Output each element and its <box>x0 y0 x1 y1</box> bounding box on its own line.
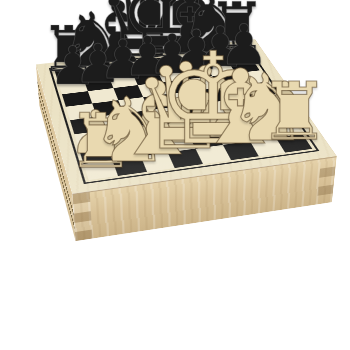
square-a6 <box>62 91 92 107</box>
square-a8 <box>54 67 83 82</box>
square-d4 <box>149 107 181 124</box>
square-e3 <box>182 117 215 134</box>
square-d5 <box>143 94 175 110</box>
square-b1 <box>112 156 146 176</box>
square-b2 <box>107 141 141 160</box>
square-f2 <box>215 127 250 145</box>
square-h5 <box>243 82 275 97</box>
square-c8 <box>103 62 132 76</box>
square-e4 <box>175 104 208 121</box>
square-d6 <box>138 82 169 97</box>
square-e1 <box>196 145 231 164</box>
square-a3 <box>74 131 106 149</box>
square-h8 <box>222 48 252 62</box>
product-photo-stage: ♜♞♝♛♚♝♞♜♟♟♟♟♟♟♟♟♟♟♟♟♟♟♟♟♜♞♝♛♚♝♞♜ <box>0 0 350 350</box>
square-h6 <box>236 70 268 85</box>
square-b8 <box>79 64 108 78</box>
square-f4 <box>201 100 234 116</box>
square-g7 <box>205 62 236 76</box>
square-d3 <box>155 120 188 138</box>
square-e5 <box>169 91 201 107</box>
square-g3 <box>233 110 267 127</box>
square-e6 <box>163 79 194 94</box>
square-d1 <box>168 149 203 168</box>
chess-board <box>54 48 312 180</box>
square-f1 <box>223 141 259 160</box>
square-f6 <box>187 76 218 91</box>
square-a2 <box>79 145 112 164</box>
square-c1 <box>140 153 175 172</box>
square-c7 <box>108 73 138 88</box>
square-h4 <box>251 94 284 110</box>
chess-box <box>39 79 332 240</box>
square-g1 <box>250 138 286 157</box>
square-h7 <box>229 59 260 73</box>
square-h2 <box>267 120 302 138</box>
square-c6 <box>113 85 144 101</box>
square-a1 <box>84 160 118 180</box>
square-f3 <box>208 114 242 131</box>
square-g6 <box>212 73 243 88</box>
square-b3 <box>102 127 135 145</box>
square-b7 <box>83 76 113 91</box>
square-c3 <box>129 124 162 142</box>
square-a5 <box>66 104 97 121</box>
square-h1 <box>276 134 312 152</box>
square-g5 <box>219 85 251 101</box>
square-c5 <box>118 97 149 113</box>
square-e2 <box>188 131 222 149</box>
square-f8 <box>175 53 205 67</box>
square-b4 <box>97 113 129 130</box>
board-frame <box>49 45 319 184</box>
square-d2 <box>161 134 195 152</box>
square-g2 <box>241 124 276 142</box>
square-c2 <box>134 138 168 157</box>
square-f7 <box>181 64 212 78</box>
square-b5 <box>92 100 123 116</box>
square-a4 <box>70 117 102 134</box>
square-b6 <box>87 88 117 104</box>
square-g4 <box>226 97 259 113</box>
square-e8 <box>151 56 181 70</box>
square-a7 <box>58 79 87 94</box>
square-d8 <box>128 59 157 73</box>
square-h3 <box>259 107 293 124</box>
square-g8 <box>198 51 228 65</box>
square-c4 <box>123 110 155 127</box>
square-f5 <box>194 88 226 104</box>
square-e7 <box>157 67 187 82</box>
square-d7 <box>133 70 163 85</box>
